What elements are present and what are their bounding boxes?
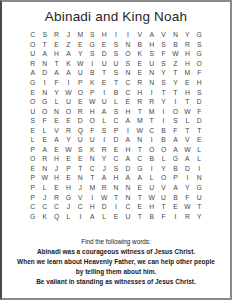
grid-cell: W [134,125,146,135]
grid-cell: C [27,202,39,212]
grid-cell: S [158,78,170,88]
grid-cell: A [27,68,39,78]
grid-cell: T [158,87,170,97]
grid-cell: S [74,145,86,155]
grid-cell: T [181,97,193,107]
grid-cell: L [193,154,205,164]
grid-cell: G [193,183,205,193]
grid-cell: K [134,49,146,59]
grid-cell: Y [62,135,74,145]
grid-cell: G [170,154,182,164]
grid-cell: A [98,173,110,183]
grid-cell: I [158,116,170,126]
grid-cell: L [39,183,51,193]
grid-cell: U [98,59,110,69]
grid-cell: G [193,49,205,59]
grid-cell: E [110,211,122,221]
grid-cell: F [39,116,51,126]
grid-cell: P [74,78,86,88]
grid-cell: N [146,78,158,88]
find-words-heading: Find the following words: [2,237,230,247]
grid-cell: L [27,135,39,145]
grid-cell: E [134,202,146,212]
grid-cell: E [74,40,86,50]
grid-cell: W [62,145,74,155]
grid-cell: S [110,164,122,174]
grid-cell: E [27,87,39,97]
grid-cell: Y [170,78,182,88]
grid-cell: Y [74,49,86,59]
grid-cell: E [39,135,51,145]
grid-cell: N [51,106,63,116]
grid-cell: A [122,154,134,164]
grid-cell: C [51,202,63,212]
grid-cell: Y [181,183,193,193]
grid-cell: B [158,125,170,135]
grid-cell: G [193,30,205,40]
grid-cell: B [146,211,158,221]
grid-cell: O [146,145,158,155]
grid-cell: T [51,59,63,69]
grid-cell: N [146,68,158,78]
grid-cell: T [134,145,146,155]
grid-cell: D [193,97,205,107]
grid-cell: J [98,164,110,174]
grid-cell: B [158,135,170,145]
grid-cell: N [39,164,51,174]
grid-cell: D [39,68,51,78]
grid-cell: F [51,78,63,88]
grid-cell: O [39,106,51,116]
grid-cell: G [86,40,98,50]
grid-cell: U [74,68,86,78]
grid-cell: M [86,183,98,193]
grid-cell: J [39,192,51,202]
grid-cell: I [122,30,134,40]
grid-cell: L [146,173,158,183]
grid-cell: G [27,78,39,88]
grid-cell: F [158,49,170,59]
grid-cell: T [170,87,182,97]
grid-cell: M [181,68,193,78]
grid-cell: Y [181,30,193,40]
grid-cell: B [170,40,182,50]
grid-cell: S [110,49,122,59]
grid-cell: Y [158,68,170,78]
grid-cell: I [110,30,122,40]
grid-cell: V [51,125,63,135]
grid-cell: P [27,145,39,155]
grid-cell: L [98,211,110,221]
grid-cell: R [98,145,110,155]
grid-cell: A [170,183,182,193]
grid-cell: S [110,106,122,116]
grid-cell: H [134,87,146,97]
grid-cell: A [51,135,63,145]
grid-cell: T [39,40,51,50]
grid-cell: O [86,116,98,126]
grid-cell: E [62,173,74,183]
grid-cell: S [122,59,134,69]
grid-cell: U [146,183,158,193]
grid-cell: T [193,202,205,212]
grid-cell: D [98,49,110,59]
grid-cell: I [193,164,205,174]
grid-cell: E [181,78,193,88]
grid-cell: K [39,211,51,221]
grid-cell: N [122,68,134,78]
grid-cell: C [110,154,122,164]
grid-cell: E [134,68,146,78]
grid-cell: H [181,87,193,97]
grid-cell: U [122,211,134,221]
grid-cell: F [193,106,205,116]
grid-cell: W [74,59,86,69]
grid-cell: T [193,125,205,135]
grid-cell: H [110,173,122,183]
grid-cell: P [110,125,122,135]
grid-cell: N [170,30,182,40]
grid-cell: H [181,49,193,59]
grid-cell: G [39,97,51,107]
instruction-line-2: When we learn about Heavenly Father, we … [2,257,230,267]
grid-cell: G [27,211,39,221]
grid-cell: E [193,135,205,145]
grid-cell: E [134,183,146,193]
grid-cell: H [122,106,134,116]
grid-cell: T [134,211,146,221]
grid-cell: H [51,49,63,59]
grid-cell: A [62,49,74,59]
grid-cell: S [170,116,182,126]
grid-cell: V [134,30,146,40]
grid-cell: N [122,192,134,202]
grid-cell: I [146,135,158,145]
grid-cell: N [39,59,51,69]
grid-cell: S [193,40,205,50]
instruction-line-3: by telling them about him. [2,267,230,277]
grid-cell: S [98,125,110,135]
grid-cell: S [158,40,170,50]
grid-cell: F [158,211,170,221]
grid-cell: T [134,192,146,202]
grid-cell: E [27,125,39,135]
grid-cell: E [51,40,63,50]
grid-cell: L [158,154,170,164]
grid-cell: L [193,145,205,155]
grid-cell: S [110,40,122,50]
grid-cell: H [146,202,158,212]
grid-cell: A [181,154,193,164]
grid-cell: A [86,211,98,221]
grid-cell: E [122,97,134,107]
grid-cell: W [181,202,193,212]
grid-cell: F [193,68,205,78]
grid-cell: J [51,164,63,174]
grid-cell: I [62,78,74,88]
grid-cell: S [86,49,98,59]
grid-cell: P [27,192,39,202]
grid-cell: I [98,135,110,145]
grid-cell: E [51,145,63,155]
grid-cell: A [170,145,182,155]
grid-cell: E [170,202,182,212]
grid-cell: U [27,106,39,116]
grid-cell: Y [98,154,110,164]
grid-cell: E [98,40,110,50]
grid-cell: V [158,183,170,193]
grid-cell: N [86,154,98,164]
grid-cell: O [158,145,170,155]
grid-cell: U [86,135,98,145]
grid-cell: Y [193,211,205,221]
grid-cell: U [110,59,122,69]
grid-cell: V [158,30,170,40]
grid-cell: Z [62,40,74,50]
grid-cell: I [98,87,110,97]
grid-cell: D [110,135,122,145]
grid-cell: E [51,183,63,193]
grid-cell: C [39,202,51,212]
grid-cell: P [27,183,39,193]
grid-cell: D [181,164,193,174]
grid-cell: E [51,116,63,126]
grid-cell: O [62,106,74,116]
grid-cell: T [146,116,158,126]
grid-cell: A [39,49,51,59]
grid-cell: T [98,68,110,78]
grid-cell: S [146,49,158,59]
grid-cell: U [98,97,110,107]
grid-cell: R [134,97,146,107]
grid-cell: P [170,173,182,183]
instruction-line-1: Abinadi was a courageous witness of Jesu… [2,247,230,257]
grid-cell: W [86,97,98,107]
grid-cell: N [74,173,86,183]
grid-cell: E [27,164,39,174]
grid-cell: O [122,49,134,59]
grid-cell: R [51,30,63,40]
grid-cell: A [122,135,134,145]
grid-cell: E [62,154,74,164]
grid-cell: B [146,154,158,164]
grid-cell: F [86,125,98,135]
grid-cell: B [86,68,98,78]
grid-cell: U [62,97,74,107]
grid-cell: L [62,211,74,221]
grid-cell: F [181,192,193,202]
grid-cell: O [27,154,39,164]
grid-cell: J [62,202,74,212]
grid-cell: H [51,154,63,164]
grid-cell: C [86,164,98,174]
grid-cell: T [110,192,122,202]
grid-cell: O [27,97,39,107]
grid-cell: A [62,68,74,78]
grid-cell: T [181,125,193,135]
grid-cell: C [122,87,134,97]
grid-cell: M [74,30,86,40]
grid-cell: B [170,192,182,202]
grid-cell: O [27,40,39,50]
grid-cell: Y [158,164,170,174]
grid-cell: A [51,68,63,78]
grid-cell: W [170,49,182,59]
grid-cell: Q [74,125,86,135]
grid-cell: F [170,125,182,135]
word-search-grid: CSRJMSHIIVAVNYGOTEZEGESNBHSBRSUAHAYSDSOK… [2,30,230,221]
grid-cell: D [122,164,134,174]
grid-cell: H [51,173,63,183]
grid-cell: T [110,78,122,88]
grid-cell: C [110,116,122,126]
grid-cell: C [122,202,134,212]
grid-cell: I [110,202,122,212]
grid-cell: O [193,59,205,69]
grid-cell: W [181,145,193,155]
grid-cell: P [86,87,98,97]
grid-cell: V [181,135,193,145]
grid-cell: I [86,192,98,202]
grid-cell: N [193,173,205,183]
grid-cell: I [86,59,98,69]
grid-cell: O [74,87,86,97]
grid-cell: O [170,106,182,116]
grid-cell: D [193,116,205,126]
grid-cell: R [146,97,158,107]
grid-cell: M [134,116,146,126]
grid-cell: R [27,59,39,69]
grid-cell: U [146,59,158,69]
grid-cell: V [74,192,86,202]
grid-cell: S [27,116,39,126]
grid-cell: H [86,202,98,212]
grid-cell: N [122,183,134,193]
grid-cell: R [181,211,193,221]
grid-cell: P [27,173,39,183]
grid-cell: J [62,30,74,40]
grid-cell: R [134,78,146,88]
grid-cell: W [98,192,110,202]
grid-cell: S [39,30,51,40]
grid-cell: W [62,87,74,97]
grid-cell: H [98,30,110,40]
grid-cell: M [146,106,158,116]
grid-cell: W [39,173,51,183]
grid-cell: C [134,154,146,164]
grid-cell: T [158,202,170,212]
grid-cell: K [86,78,98,88]
grid-cell: D [74,116,86,126]
grid-cell: L [51,97,63,107]
grid-cell: U [27,49,39,59]
grid-cell: I [146,164,158,174]
grid-cell: U [74,135,86,145]
grid-cell: W [146,192,158,202]
grid-cell: L [110,97,122,107]
grid-cell: C [122,78,134,88]
puzzle-title: Abinadi and King Noah [2,9,230,24]
grid-cell: B [110,87,122,97]
grid-cell: S [193,87,205,97]
grid-cell: T [86,173,98,183]
grid-cell: H [193,78,205,88]
grid-cell: I [146,87,158,97]
grid-cell: L [98,116,110,126]
grid-cell: J [74,183,86,193]
grid-cell: I [39,78,51,88]
grid-cell: H [146,40,158,50]
grid-cell: N [134,135,146,145]
grid-cell: T [74,164,86,174]
grid-cell: N [39,87,51,97]
grid-cell: H [122,145,134,155]
grid-cell: A [122,116,134,126]
grid-cell: A [98,106,110,116]
grid-cell: A [146,30,158,40]
grid-cell: H [86,106,98,116]
grid-cell: E [74,97,86,107]
grid-cell: H [181,59,193,69]
instructions-block: Find the following words: Abinadi was a … [2,237,230,287]
grid-cell: R [98,183,110,193]
grid-cell: C [27,30,39,40]
grid-cell: A [170,135,182,145]
grid-cell: G [134,164,146,174]
instruction-line-4: Be valiant in standing as witnesses of J… [2,277,230,287]
grid-cell: P [62,164,74,174]
grid-cell: I [170,97,182,107]
grid-cell: R [62,125,74,135]
grid-cell: S [158,59,170,69]
grid-cell: L [39,125,51,135]
grid-cell: C [146,125,158,135]
grid-cell: S [110,68,122,78]
grid-cell: B [170,164,182,174]
grid-cell: E [110,145,122,155]
grid-cell: A [122,173,134,183]
grid-cell: Y [51,87,63,97]
grid-cell: S [86,30,98,40]
grid-cell: I [122,125,134,135]
grid-cell: T [170,68,182,78]
grid-cell: R [51,192,63,202]
grid-cell: R [74,106,86,116]
grid-cell: Q [51,211,63,221]
grid-cell: R [181,40,193,50]
grid-cell: W [181,106,193,116]
grid-cell: E [62,116,74,126]
grid-cell: A [39,145,51,155]
grid-cell: K [86,145,98,155]
worksheet-page: Abinadi and King Noah CSRJMSHIIVAVNYGOTE… [0,0,232,300]
grid-cell: U [158,192,170,202]
grid-cell: T [134,106,146,116]
grid-cell: I [74,211,86,221]
grid-cell: L [181,116,193,126]
grid-cell: D [98,202,110,212]
grid-cell: B [134,40,146,50]
grid-cell: Z [170,59,182,69]
grid-cell: H [62,183,74,193]
grid-cell: R [39,154,51,164]
grid-cell: E [134,59,146,69]
grid-cell: E [74,154,86,164]
grid-cell: U [193,192,205,202]
grid-cell: N [122,40,134,50]
grid-cell: N [110,183,122,193]
grid-cell: A [134,173,146,183]
